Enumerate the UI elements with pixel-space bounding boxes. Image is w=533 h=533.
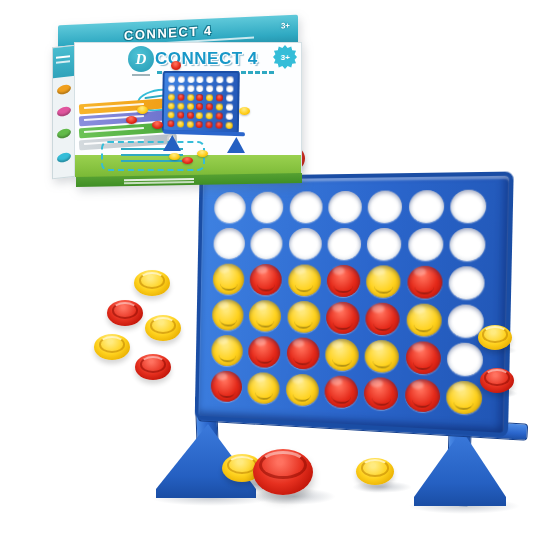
yellow-disc-r6c3[interactable] — [286, 373, 319, 406]
red-disc-r6c4[interactable] — [324, 375, 358, 408]
yellow-disc-r5c1 — [168, 112, 175, 119]
yellow-disc-r4c2[interactable] — [249, 299, 282, 331]
yellow-disc-r6c7 — [225, 122, 232, 129]
box-art-disc-yellow-6 — [169, 153, 180, 160]
box-side-panel — [52, 45, 76, 180]
yellow-disc-r3c1 — [168, 94, 175, 101]
empty-hole-r1c7[interactable] — [450, 189, 487, 222]
side-disc-orange — [56, 83, 72, 96]
box-lid-age-badge: 3+ — [281, 21, 290, 30]
red-disc-r3c6[interactable] — [407, 265, 443, 298]
red-disc-r3c6 — [216, 94, 223, 101]
empty-hole-r1c1[interactable] — [214, 192, 246, 223]
age-badge: 3+ — [273, 45, 297, 69]
box-art-disc-yellow-3 — [137, 106, 148, 114]
box-art-disc-red-2 — [126, 116, 137, 124]
disc-shadow — [252, 488, 336, 505]
box-front-panel: D CONNECT 4 3+ — [74, 42, 302, 178]
yellow-disc-r3c1[interactable] — [213, 263, 245, 294]
box-art-disc-red-1 — [171, 61, 181, 70]
red-disc-r6c4 — [196, 121, 203, 128]
dashed-info-box — [101, 141, 205, 171]
empty-hole-r1c3 — [187, 76, 194, 83]
empty-hole-r4c7 — [226, 104, 233, 111]
box-art-disc-yellow-8 — [197, 150, 208, 157]
red-disc-r5c3 — [187, 112, 194, 119]
main-board-grid — [208, 186, 490, 417]
empty-hole-r2c3 — [187, 85, 194, 92]
red-disc-r6c5[interactable] — [364, 376, 399, 410]
red-disc-r5c2[interactable] — [248, 335, 281, 367]
yellow-disc-r6c7[interactable] — [446, 380, 482, 415]
empty-hole-r2c5[interactable] — [367, 227, 402, 260]
yellow-disc-r3c5 — [206, 94, 213, 101]
yellow-disc-r5c1[interactable] — [211, 334, 243, 366]
box-art-disc-yellow-5 — [239, 107, 250, 115]
empty-hole-r2c4[interactable] — [327, 227, 361, 259]
yellow-disc-r5c4 — [196, 112, 203, 119]
empty-hole-r1c6 — [216, 76, 223, 83]
empty-hole-r1c6[interactable] — [408, 189, 444, 222]
loose-disc-yellow-5[interactable] — [94, 334, 130, 360]
empty-hole-r1c2 — [178, 76, 185, 82]
empty-hole-r1c3[interactable] — [289, 191, 322, 223]
red-disc-r5c3[interactable] — [286, 337, 319, 370]
box-art-right-foot — [227, 137, 245, 153]
empty-hole-r1c4[interactable] — [328, 190, 362, 222]
empty-hole-r2c7[interactable] — [449, 228, 486, 261]
yellow-disc-r4c6[interactable] — [406, 303, 442, 337]
red-disc-r3c2[interactable] — [250, 263, 283, 295]
yellow-disc-r3c5[interactable] — [366, 265, 401, 298]
yellow-disc-r5c5 — [206, 112, 213, 119]
red-disc-r6c6 — [215, 122, 222, 129]
red-disc-r4c5[interactable] — [365, 302, 400, 335]
loose-disc-red-6[interactable] — [135, 354, 171, 380]
empty-hole-r2c2 — [178, 85, 185, 92]
empty-hole-r3c7 — [226, 95, 233, 102]
box-art-board — [162, 71, 240, 134]
empty-hole-r5c7[interactable] — [447, 342, 483, 376]
empty-hole-r2c3[interactable] — [288, 227, 321, 259]
yellow-disc-r5c4[interactable] — [325, 338, 359, 371]
yellow-disc-r5c5[interactable] — [365, 339, 400, 373]
side-disc-cyan — [56, 151, 72, 164]
yellow-disc-r6c2 — [177, 121, 184, 128]
red-disc-r3c4[interactable] — [327, 264, 361, 296]
empty-hole-r4c7[interactable] — [447, 304, 483, 338]
yellow-disc-r4c6 — [216, 104, 223, 111]
box-art-disc-red-7 — [182, 157, 193, 164]
loose-disc-red-3[interactable] — [107, 300, 143, 326]
empty-hole-r2c6[interactable] — [408, 228, 444, 261]
red-disc-r6c1[interactable] — [211, 370, 243, 402]
red-disc-r3c4 — [197, 94, 204, 101]
product-box: CONNECT 4 3+ D CONNECT 4 3+ — [50, 16, 302, 182]
empty-hole-r2c1[interactable] — [213, 227, 245, 258]
side-disc-green — [56, 127, 72, 140]
red-disc-r6c6[interactable] — [404, 378, 440, 412]
empty-hole-r2c4 — [197, 85, 204, 92]
brand-logo-icon: D — [128, 46, 154, 72]
yellow-disc-r4c3[interactable] — [287, 300, 320, 332]
red-disc-r6c1 — [168, 120, 175, 127]
empty-hole-r1c7 — [226, 76, 233, 83]
empty-hole-r1c5[interactable] — [368, 190, 403, 223]
box-side-logo — [53, 46, 75, 78]
yellow-disc-r6c3 — [187, 121, 194, 128]
empty-hole-r1c5 — [206, 76, 213, 83]
yellow-disc-r4c3 — [187, 103, 194, 110]
yellow-disc-r4c1 — [168, 103, 175, 110]
red-disc-r4c4 — [196, 103, 203, 110]
yellow-disc-r4c1[interactable] — [212, 299, 244, 331]
box-mini-board-grid — [167, 75, 235, 130]
red-disc-r4c4[interactable] — [326, 301, 360, 334]
red-disc-r3c2 — [178, 94, 185, 101]
empty-hole-r2c5 — [206, 85, 213, 92]
empty-hole-r1c4 — [197, 76, 204, 83]
page: { "game": { "name": "Connect 4", "type":… — [0, 0, 533, 533]
empty-hole-r5c7 — [225, 113, 232, 120]
red-disc-r5c6[interactable] — [405, 340, 441, 374]
box-art-disc-red-4 — [152, 121, 163, 129]
empty-hole-r2c2[interactable] — [251, 227, 284, 258]
yellow-disc-r6c2[interactable] — [248, 371, 281, 404]
right-leg-foot — [414, 430, 506, 506]
empty-hole-r3c7[interactable] — [448, 266, 484, 300]
yellow-disc-r4c2 — [177, 103, 184, 110]
red-disc-r6c5 — [206, 121, 213, 128]
yellow-disc-r3c3 — [187, 94, 194, 101]
empty-hole-r1c2[interactable] — [251, 191, 284, 222]
yellow-disc-r3c3[interactable] — [288, 264, 321, 296]
side-disc-pink — [56, 105, 72, 118]
red-disc-r5c2 — [177, 112, 184, 119]
empty-hole-r2c7 — [226, 85, 233, 92]
left-leg-foot — [156, 424, 256, 498]
disc-shadow — [352, 481, 412, 493]
loose-disc-yellow-2[interactable] — [134, 270, 170, 296]
empty-hole-r2c1 — [168, 85, 175, 91]
loose-disc-yellow-4[interactable] — [145, 315, 181, 341]
red-disc-r4c5 — [206, 103, 213, 110]
empty-hole-r1c1 — [169, 76, 176, 82]
red-disc-r5c6 — [216, 113, 223, 120]
empty-hole-r2c6 — [216, 85, 223, 92]
connect-four-board — [195, 171, 514, 437]
